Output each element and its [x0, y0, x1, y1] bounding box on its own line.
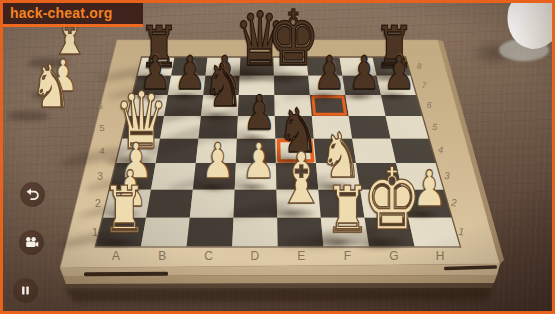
- captured-white-knight: ♞: [30, 56, 71, 116]
- pause-button[interactable]: [13, 278, 38, 303]
- undo-arrow-icon: [24, 186, 41, 203]
- pause-icon: [17, 282, 34, 299]
- game-screen: ABCDEFGH1234567812345678 ♜♛♚♜♟♟♟♟♟♟♞♟♞♛♟…: [0, 0, 555, 314]
- watermark-text: hack-cheat.org: [3, 3, 143, 21]
- watermark-banner: hack-cheat.org: [3, 3, 143, 27]
- captured-pieces-tray: ♝♟♞: [3, 3, 552, 311]
- video-camera-icon: [23, 234, 40, 251]
- camera-button[interactable]: [19, 230, 44, 255]
- undo-button[interactable]: [20, 182, 45, 207]
